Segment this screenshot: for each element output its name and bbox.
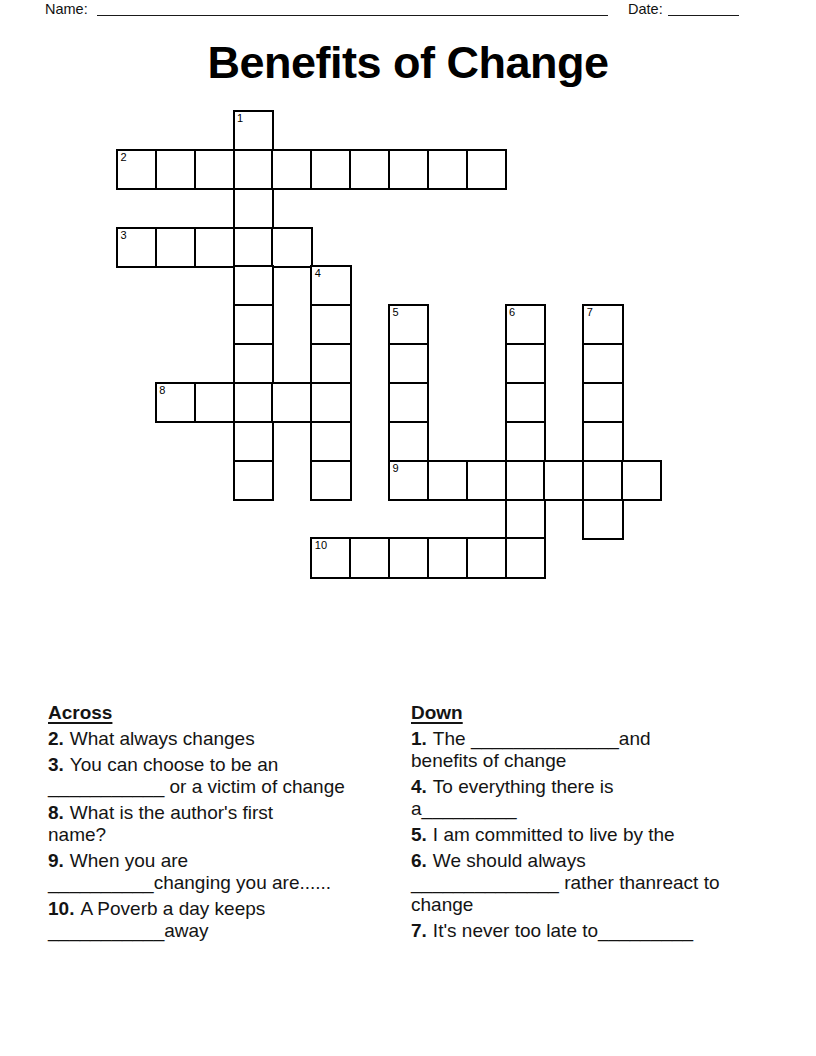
- date-label: Date:: [628, 1, 663, 17]
- page-title: Benefits of Change: [0, 36, 816, 90]
- cell-number-1: 1: [237, 113, 243, 124]
- clue-number: 1.: [411, 728, 427, 749]
- across-clue-3: 3.You can choose to be an___________ or …: [48, 754, 404, 798]
- grid-cell[interactable]: [310, 343, 351, 384]
- worksheet-page: Name: Date: Benefits of Change 123456789…: [0, 0, 816, 1056]
- across-clue-10: 10.A Poverb a day keeps___________away: [48, 898, 404, 942]
- cell-number-9: 9: [393, 463, 399, 474]
- grid-cell[interactable]: [582, 460, 623, 501]
- clue-number: 8.: [48, 802, 64, 823]
- cell-number-4: 4: [315, 268, 321, 279]
- grid-cell[interactable]: [194, 149, 235, 190]
- grid-cell[interactable]: [194, 227, 235, 268]
- clue-number: 4.: [411, 776, 427, 797]
- clue-number: 6.: [411, 850, 427, 871]
- clue-number: 9.: [48, 850, 64, 871]
- across-heading: Across: [48, 702, 404, 724]
- grid-cell[interactable]: [310, 421, 351, 462]
- grid-cell[interactable]: [233, 149, 274, 190]
- cell-number-2: 2: [121, 152, 127, 163]
- grid-cell[interactable]: [310, 149, 351, 190]
- grid-cell[interactable]: [233, 460, 274, 501]
- grid-cell[interactable]: [582, 499, 623, 540]
- grid-cell[interactable]: [505, 382, 546, 423]
- grid-cell[interactable]: [505, 343, 546, 384]
- grid-cell[interactable]: [466, 460, 507, 501]
- down-clue-1: 1.The ______________andbenefits of chang…: [411, 728, 781, 772]
- grid-cell[interactable]: [388, 149, 429, 190]
- grid-cell[interactable]: [233, 421, 274, 462]
- grid-cell[interactable]: [505, 421, 546, 462]
- grid-cell[interactable]: [194, 382, 235, 423]
- cell-number-7: 7: [587, 307, 593, 318]
- grid-cell[interactable]: [233, 343, 274, 384]
- grid-cell[interactable]: [233, 382, 274, 423]
- cell-number-5: 5: [393, 307, 399, 318]
- clue-number: 7.: [411, 920, 427, 941]
- grid-cell[interactable]: [466, 537, 507, 578]
- clue-number: 2.: [48, 728, 64, 749]
- grid-cell[interactable]: [233, 265, 274, 306]
- name-label: Name:: [45, 1, 88, 17]
- cell-number-10: 10: [315, 540, 327, 551]
- grid-cell[interactable]: [388, 343, 429, 384]
- down-heading: Down: [411, 702, 781, 724]
- crossword-grid: 12345678910: [116, 110, 663, 580]
- grid-cell[interactable]: [466, 149, 507, 190]
- grid-cell[interactable]: [233, 227, 274, 268]
- cell-number-3: 3: [121, 230, 127, 241]
- grid-cell[interactable]: [388, 421, 429, 462]
- across-clue-2: 2.What always changes: [48, 728, 404, 750]
- date-blank-line: [668, 1, 739, 16]
- grid-cell[interactable]: [582, 421, 623, 462]
- across-clues: Across 2.What always changes 3.You can c…: [48, 702, 404, 946]
- grid-cell[interactable]: [427, 460, 468, 501]
- grid-cell[interactable]: [388, 382, 429, 423]
- grid-cell[interactable]: [233, 304, 274, 345]
- grid-cell[interactable]: [155, 227, 196, 268]
- grid-cell[interactable]: [349, 149, 390, 190]
- grid-cell[interactable]: [505, 537, 546, 578]
- name-blank-line: [97, 1, 608, 16]
- grid-cell[interactable]: [310, 382, 351, 423]
- clue-number: 5.: [411, 824, 427, 845]
- grid-cell[interactable]: [155, 149, 196, 190]
- down-clues: Down 1.The ______________andbenefits of …: [411, 702, 781, 946]
- grid-cell[interactable]: [349, 537, 390, 578]
- grid-cell[interactable]: [427, 149, 468, 190]
- clue-number: 10.: [48, 898, 74, 919]
- grid-cell[interactable]: [233, 188, 274, 229]
- down-clue-7: 7.It's never too late to_________: [411, 920, 781, 942]
- grid-cell[interactable]: [310, 304, 351, 345]
- clue-number: 3.: [48, 754, 64, 775]
- grid-cell[interactable]: [582, 382, 623, 423]
- grid-cell[interactable]: [543, 460, 584, 501]
- grid-cell[interactable]: [505, 460, 546, 501]
- grid-cell[interactable]: [271, 149, 312, 190]
- grid-cell[interactable]: [310, 460, 351, 501]
- grid-cell[interactable]: [271, 227, 312, 268]
- grid-cell[interactable]: [427, 537, 468, 578]
- down-clue-6: 6.We should always______________ rather …: [411, 850, 781, 916]
- across-clue-8: 8.What is the author's firstname?: [48, 802, 404, 846]
- down-clue-4: 4.To everything there isa_________: [411, 776, 781, 820]
- down-clue-5: 5.I am committed to live by the: [411, 824, 781, 846]
- grid-cell[interactable]: [505, 499, 546, 540]
- cell-number-6: 6: [509, 307, 515, 318]
- grid-cell[interactable]: [388, 537, 429, 578]
- across-clue-9: 9.When you are__________changing you are…: [48, 850, 404, 894]
- grid-cell[interactable]: [621, 460, 662, 501]
- grid-cell[interactable]: [271, 382, 312, 423]
- grid-cell[interactable]: [582, 343, 623, 384]
- cell-number-8: 8: [159, 385, 165, 396]
